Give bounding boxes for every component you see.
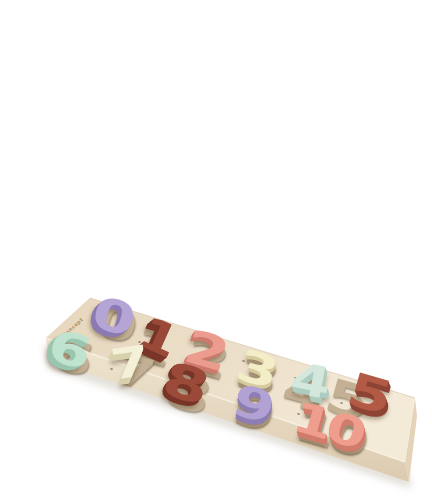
piece-3: 3 — [232, 342, 284, 395]
recess-0: 0 — [89, 297, 143, 352]
peg-hole — [138, 341, 141, 344]
peg-hole — [50, 350, 53, 353]
recess-6: 6 — [45, 330, 99, 385]
peg-hole — [178, 365, 181, 368]
recess-9: 9 — [228, 385, 280, 438]
product-photo: 001122334455667788991010 Kid's Concept — [0, 0, 432, 500]
recess-2: 2 — [179, 331, 235, 388]
recess-5: 5 — [320, 372, 376, 429]
piece-7: 7 — [108, 339, 152, 386]
piece-2: 2 — [179, 323, 235, 380]
recess-1: 1 — [129, 322, 177, 375]
peg-hole — [297, 413, 300, 416]
recess-8: 8 — [159, 365, 216, 423]
recess-10: 10 — [290, 403, 368, 462]
recess-3: 3 — [232, 349, 284, 402]
piece-1: 1 — [133, 310, 185, 366]
peg-hole — [294, 377, 297, 380]
recess-7: 7 — [110, 346, 159, 397]
peg-hole — [242, 360, 245, 363]
piece-8: 8 — [157, 355, 214, 413]
piece-5: 5 — [342, 366, 398, 423]
pieces-layer: 001122334455667788991010 — [0, 0, 432, 500]
piece-9: 9 — [228, 377, 280, 430]
piece-4: 4 — [287, 356, 335, 406]
peg-hole — [110, 368, 113, 371]
peg-hole — [237, 399, 240, 402]
peg-hole — [340, 402, 343, 405]
piece-10: 10 — [288, 395, 366, 454]
recess-4: 4 — [278, 367, 329, 420]
piece-0: 0 — [87, 290, 141, 345]
peg-hole — [93, 328, 96, 331]
